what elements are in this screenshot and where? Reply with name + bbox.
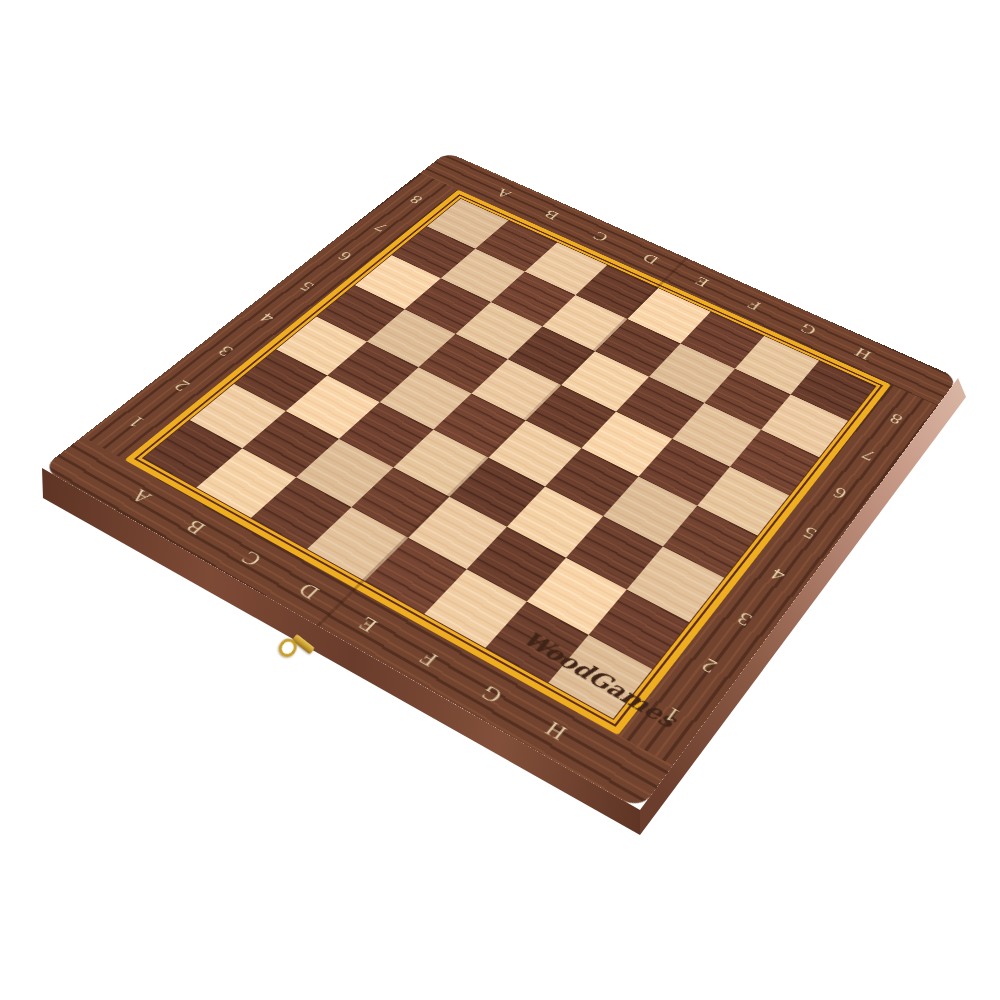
rank-label-left-2: 2 (162, 373, 201, 398)
file-label-top-a: A (488, 184, 520, 203)
file-label-bottom-f: F (407, 642, 450, 676)
chessboard: WoodGames AA88BB77CC66DD55EE44FF33GG22HH… (42, 152, 958, 810)
chessboard-product-photo: WoodGames AA88BB77CC66DD55EE44FF33GG22HH… (0, 0, 1000, 1000)
rank-label-left-8: 8 (400, 190, 433, 210)
rank-label-right-3: 3 (725, 603, 765, 635)
file-label-bottom-b: B (175, 512, 217, 542)
file-label-top-e: E (685, 271, 718, 293)
coordinate-labels: AA88BB77CC66DD55EE44FF33GG22HH11 (42, 152, 958, 810)
rank-label-left-1: 1 (116, 409, 156, 436)
file-label-top-h: H (846, 342, 879, 365)
rank-label-right-2: 2 (689, 649, 730, 682)
file-label-bottom-g: G (470, 677, 513, 712)
rank-label-left-7: 7 (364, 217, 398, 238)
file-label-bottom-a: A (120, 482, 162, 511)
rank-label-right-1: 1 (651, 697, 693, 732)
file-label-bottom-d: D (287, 575, 330, 607)
file-label-top-d: D (634, 249, 667, 270)
rank-label-left-6: 6 (327, 246, 362, 267)
rank-label-right-7: 7 (851, 442, 886, 468)
rank-label-left-5: 5 (289, 275, 325, 297)
rank-label-right-6: 6 (822, 479, 858, 507)
file-label-bottom-e: E (346, 608, 389, 641)
file-label-top-b: B (535, 205, 567, 225)
rank-label-left-3: 3 (207, 339, 245, 363)
file-label-top-c: C (584, 227, 617, 247)
file-label-top-g: G (791, 318, 824, 341)
rank-label-right-5: 5 (791, 519, 829, 548)
file-label-top-f: F (738, 294, 771, 316)
file-label-bottom-c: C (230, 544, 272, 575)
rank-label-right-4: 4 (759, 560, 798, 590)
file-label-bottom-h: H (534, 713, 578, 749)
rank-label-right-8: 8 (879, 406, 914, 431)
rank-label-left-4: 4 (249, 306, 286, 329)
